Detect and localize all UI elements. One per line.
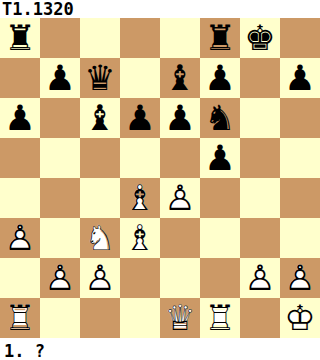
white-bishop-piece[interactable]: ♝♗ xyxy=(120,218,160,258)
square-h8[interactable] xyxy=(280,18,320,58)
piece-outline: ♙ xyxy=(80,258,120,298)
square-c5[interactable] xyxy=(80,138,120,178)
square-d3[interactable]: ♝♗ xyxy=(120,218,160,258)
piece-outline: ♕ xyxy=(160,298,200,338)
piece-glyph: ♟ xyxy=(0,98,40,138)
piece-glyph: ♝ xyxy=(160,58,200,98)
square-c2[interactable]: ♟♙ xyxy=(80,258,120,298)
piece-glyph: ♞ xyxy=(200,98,240,138)
square-e8[interactable] xyxy=(160,18,200,58)
piece-outline: ♘ xyxy=(80,218,120,258)
square-e1[interactable]: ♛♕ xyxy=(160,298,200,338)
black-bishop-piece[interactable]: ♝ xyxy=(80,98,120,138)
square-b8[interactable] xyxy=(40,18,80,58)
square-g1[interactable] xyxy=(240,298,280,338)
square-d2[interactable] xyxy=(120,258,160,298)
square-a1[interactable]: ♜♖ xyxy=(0,298,40,338)
piece-glyph: ♛ xyxy=(80,58,120,98)
white-pawn-piece[interactable]: ♟♙ xyxy=(160,178,200,218)
square-f6[interactable]: ♞ xyxy=(200,98,240,138)
square-c7[interactable]: ♛ xyxy=(80,58,120,98)
square-a2[interactable] xyxy=(0,258,40,298)
black-pawn-piece[interactable]: ♟ xyxy=(160,98,200,138)
white-pawn-piece[interactable]: ♟♙ xyxy=(280,258,320,298)
square-a4[interactable] xyxy=(0,178,40,218)
square-a5[interactable] xyxy=(0,138,40,178)
piece-glyph: ♟ xyxy=(160,98,200,138)
square-h6[interactable] xyxy=(280,98,320,138)
black-rook-piece[interactable]: ♜ xyxy=(200,18,240,58)
black-rook-piece[interactable]: ♜ xyxy=(0,18,40,58)
square-h7[interactable]: ♟ xyxy=(280,58,320,98)
square-a8[interactable]: ♜ xyxy=(0,18,40,58)
piece-glyph: ♟ xyxy=(200,58,240,98)
square-c6[interactable]: ♝ xyxy=(80,98,120,138)
square-b5[interactable] xyxy=(40,138,80,178)
square-f7[interactable]: ♟ xyxy=(200,58,240,98)
piece-outline: ♖ xyxy=(0,298,40,338)
piece-outline: ♔ xyxy=(280,298,320,338)
square-c1[interactable] xyxy=(80,298,120,338)
square-d6[interactable]: ♟ xyxy=(120,98,160,138)
square-c4[interactable] xyxy=(80,178,120,218)
square-g7[interactable] xyxy=(240,58,280,98)
square-d8[interactable] xyxy=(120,18,160,58)
square-g3[interactable] xyxy=(240,218,280,258)
square-e3[interactable] xyxy=(160,218,200,258)
piece-outline: ♙ xyxy=(160,178,200,218)
black-pawn-piece[interactable]: ♟ xyxy=(200,58,240,98)
black-queen-piece[interactable]: ♛ xyxy=(80,58,120,98)
piece-glyph: ♝ xyxy=(80,98,120,138)
square-a3[interactable]: ♟♙ xyxy=(0,218,40,258)
square-d1[interactable] xyxy=(120,298,160,338)
black-knight-piece[interactable]: ♞ xyxy=(200,98,240,138)
white-rook-piece[interactable]: ♜♖ xyxy=(0,298,40,338)
black-bishop-piece[interactable]: ♝ xyxy=(160,58,200,98)
square-e4[interactable]: ♟♙ xyxy=(160,178,200,218)
white-queen-piece[interactable]: ♛♕ xyxy=(160,298,200,338)
square-h3[interactable] xyxy=(280,218,320,258)
piece-outline: ♙ xyxy=(240,258,280,298)
piece-outline: ♙ xyxy=(0,218,40,258)
piece-outline: ♗ xyxy=(120,218,160,258)
square-e2[interactable] xyxy=(160,258,200,298)
square-b7[interactable]: ♟ xyxy=(40,58,80,98)
black-pawn-piece[interactable]: ♟ xyxy=(200,138,240,178)
chess-board: ♜♜♚♟♛♝♟♟♟♝♟♟♞♟♝♗♟♙♟♙♞♘♝♗♟♙♟♙♟♙♟♙♜♖♛♕♜♖♚♔ xyxy=(0,18,320,338)
piece-glyph: ♚ xyxy=(240,18,280,58)
white-pawn-piece[interactable]: ♟♙ xyxy=(240,258,280,298)
square-g6[interactable] xyxy=(240,98,280,138)
black-pawn-piece[interactable]: ♟ xyxy=(280,58,320,98)
piece-glyph: ♟ xyxy=(280,58,320,98)
square-e6[interactable]: ♟ xyxy=(160,98,200,138)
white-king-piece[interactable]: ♚♔ xyxy=(280,298,320,338)
square-d7[interactable] xyxy=(120,58,160,98)
white-pawn-piece[interactable]: ♟♙ xyxy=(80,258,120,298)
square-e5[interactable] xyxy=(160,138,200,178)
black-pawn-piece[interactable]: ♟ xyxy=(0,98,40,138)
piece-glyph: ♟ xyxy=(120,98,160,138)
white-knight-piece[interactable]: ♞♘ xyxy=(80,218,120,258)
square-c3[interactable]: ♞♘ xyxy=(80,218,120,258)
piece-outline: ♙ xyxy=(280,258,320,298)
move-prompt: 1. ? xyxy=(0,341,320,360)
square-d5[interactable] xyxy=(120,138,160,178)
square-g8[interactable]: ♚ xyxy=(240,18,280,58)
white-pawn-piece[interactable]: ♟♙ xyxy=(0,218,40,258)
square-h2[interactable]: ♟♙ xyxy=(280,258,320,298)
square-f8[interactable]: ♜ xyxy=(200,18,240,58)
square-f5[interactable]: ♟ xyxy=(200,138,240,178)
square-d4[interactable]: ♝♗ xyxy=(120,178,160,218)
piece-glyph: ♟ xyxy=(40,58,80,98)
piece-glyph: ♟ xyxy=(200,138,240,178)
square-e7[interactable]: ♝ xyxy=(160,58,200,98)
square-b2[interactable]: ♟♙ xyxy=(40,258,80,298)
square-b1[interactable] xyxy=(40,298,80,338)
black-pawn-piece[interactable]: ♟ xyxy=(120,98,160,138)
piece-outline: ♗ xyxy=(120,178,160,218)
piece-glyph: ♜ xyxy=(200,18,240,58)
square-f4[interactable] xyxy=(200,178,240,218)
square-b6[interactable] xyxy=(40,98,80,138)
piece-outline: ♙ xyxy=(40,258,80,298)
square-g4[interactable] xyxy=(240,178,280,218)
white-bishop-piece[interactable]: ♝♗ xyxy=(120,178,160,218)
square-a7[interactable] xyxy=(0,58,40,98)
square-f3[interactable] xyxy=(200,218,240,258)
square-f2[interactable] xyxy=(200,258,240,298)
square-h5[interactable] xyxy=(280,138,320,178)
square-b4[interactable] xyxy=(40,178,80,218)
square-h1[interactable]: ♚♔ xyxy=(280,298,320,338)
square-g2[interactable]: ♟♙ xyxy=(240,258,280,298)
white-pawn-piece[interactable]: ♟♙ xyxy=(40,258,80,298)
piece-outline: ♖ xyxy=(200,298,240,338)
black-king-piece[interactable]: ♚ xyxy=(240,18,280,58)
piece-glyph: ♜ xyxy=(0,18,40,58)
puzzle-title: T1.1320 xyxy=(0,0,320,18)
black-pawn-piece[interactable]: ♟ xyxy=(40,58,80,98)
square-b3[interactable] xyxy=(40,218,80,258)
square-h4[interactable] xyxy=(280,178,320,218)
square-f1[interactable]: ♜♖ xyxy=(200,298,240,338)
square-c8[interactable] xyxy=(80,18,120,58)
white-rook-piece[interactable]: ♜♖ xyxy=(200,298,240,338)
square-a6[interactable]: ♟ xyxy=(0,98,40,138)
square-g5[interactable] xyxy=(240,138,280,178)
